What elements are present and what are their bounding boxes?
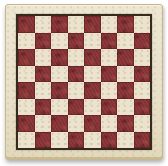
board-square[interactable] <box>101 33 118 50</box>
board-square[interactable] <box>35 132 52 149</box>
board-square[interactable] <box>51 66 68 83</box>
board-square[interactable] <box>101 49 118 66</box>
board-square[interactable] <box>117 132 134 149</box>
board-square[interactable] <box>18 33 35 50</box>
board-square[interactable] <box>51 115 68 132</box>
board-square[interactable] <box>134 82 151 99</box>
product-photo <box>0 0 168 166</box>
checkerboard <box>5 4 163 160</box>
board-square[interactable] <box>84 82 101 99</box>
board-square[interactable] <box>18 49 35 66</box>
board-square[interactable] <box>117 66 134 83</box>
board-square[interactable] <box>51 99 68 116</box>
board-square[interactable] <box>68 99 85 116</box>
board-square[interactable] <box>101 16 118 33</box>
board-square[interactable] <box>84 33 101 50</box>
board-square[interactable] <box>101 66 118 83</box>
board-square[interactable] <box>117 16 134 33</box>
board-square[interactable] <box>84 66 101 83</box>
board-square[interactable] <box>101 132 118 149</box>
board-square[interactable] <box>101 82 118 99</box>
board-square[interactable] <box>68 49 85 66</box>
board-square[interactable] <box>117 33 134 50</box>
board-square[interactable] <box>134 16 151 33</box>
board-square[interactable] <box>18 115 35 132</box>
board-square[interactable] <box>117 115 134 132</box>
board-square[interactable] <box>51 132 68 149</box>
board-square[interactable] <box>84 49 101 66</box>
board-square[interactable] <box>134 132 151 149</box>
board-square[interactable] <box>84 99 101 116</box>
board-grid <box>18 16 150 148</box>
board-square[interactable] <box>68 115 85 132</box>
board-square[interactable] <box>35 16 52 33</box>
board-square[interactable] <box>68 33 85 50</box>
board-square[interactable] <box>51 49 68 66</box>
board-square[interactable] <box>134 115 151 132</box>
board-square[interactable] <box>68 66 85 83</box>
board-square[interactable] <box>68 132 85 149</box>
board-square[interactable] <box>35 49 52 66</box>
board-square[interactable] <box>51 16 68 33</box>
board-square[interactable] <box>18 99 35 116</box>
board-inner-border <box>16 14 152 150</box>
board-square[interactable] <box>35 115 52 132</box>
board-square[interactable] <box>35 66 52 83</box>
board-square[interactable] <box>101 115 118 132</box>
board-square[interactable] <box>68 82 85 99</box>
board-square[interactable] <box>117 99 134 116</box>
board-square[interactable] <box>51 33 68 50</box>
board-square[interactable] <box>18 66 35 83</box>
board-square[interactable] <box>35 82 52 99</box>
board-square[interactable] <box>101 99 118 116</box>
board-square[interactable] <box>117 82 134 99</box>
board-square[interactable] <box>84 115 101 132</box>
board-square[interactable] <box>18 82 35 99</box>
board-square[interactable] <box>35 33 52 50</box>
board-square[interactable] <box>134 99 151 116</box>
board-square[interactable] <box>117 49 134 66</box>
board-square[interactable] <box>134 49 151 66</box>
board-square[interactable] <box>84 132 101 149</box>
board-square[interactable] <box>134 66 151 83</box>
board-square[interactable] <box>18 16 35 33</box>
board-square[interactable] <box>134 33 151 50</box>
board-square[interactable] <box>18 132 35 149</box>
board-square[interactable] <box>68 16 85 33</box>
board-square[interactable] <box>51 82 68 99</box>
board-square[interactable] <box>84 16 101 33</box>
board-square[interactable] <box>35 99 52 116</box>
